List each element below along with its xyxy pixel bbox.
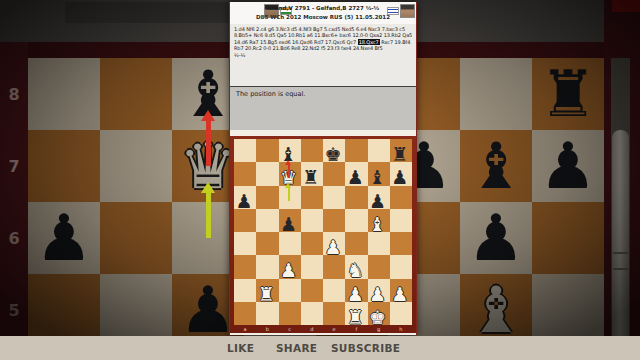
- white-pawn-h2[interactable]: ♟: [389, 283, 411, 306]
- file-label-h: h: [390, 325, 412, 333]
- rank-label-5: 5: [0, 301, 28, 320]
- black-pawn-a6: ♟: [28, 202, 100, 274]
- black-pawn-c5[interactable]: ♟: [278, 213, 300, 236]
- black-pawn-h7[interactable]: ♟: [389, 166, 411, 189]
- notation-post[interactable]: Rxc7 19.Bf4: [380, 39, 411, 45]
- diagram-square-c1[interactable]: [279, 302, 301, 325]
- evaluation-text: The position is equal.: [230, 86, 416, 130]
- diagram-square-b4[interactable]: [256, 232, 278, 255]
- arrow-c6-c7: [288, 187, 290, 201]
- notation-pre[interactable]: 14.d6 Ra7 15.Bg5 exd6 16.Qxd6 Rd7 17.Qxc…: [234, 39, 358, 45]
- diagram-square-d4[interactable]: [301, 232, 323, 255]
- diagram-square-d5[interactable]: [301, 209, 323, 232]
- arrow-c6-c7: [206, 192, 211, 238]
- arrow-head-c7: [285, 183, 291, 188]
- file-label-d: d: [301, 325, 323, 333]
- white-pawn-f2[interactable]: ♟: [344, 283, 366, 306]
- black-rook-h8: ♜: [532, 58, 604, 130]
- white-knight-f3[interactable]: ♞: [344, 259, 366, 282]
- diagram-square-f8[interactable]: [345, 139, 367, 162]
- diagram-square-e2[interactable]: [323, 279, 345, 302]
- arrow-head-c8: [201, 110, 215, 121]
- file-label-c: c: [279, 325, 301, 333]
- israel-flag-icon: [387, 7, 399, 15]
- diagram-square-d1[interactable]: [301, 302, 323, 325]
- file-label-e: e: [323, 325, 345, 333]
- background-square-b6: [100, 202, 172, 274]
- white-king-g1[interactable]: ♚: [367, 306, 389, 329]
- diagram-square-d3[interactable]: [301, 255, 323, 278]
- file-label-a: a: [234, 325, 256, 333]
- diagram-square-a7[interactable]: [234, 162, 256, 185]
- game-header: Anand,V 2791 - Gelfand,B 2727 ½-½ D85 WC…: [230, 2, 416, 24]
- black-bishop-g7: ♝: [460, 130, 532, 202]
- background-square-g8: [460, 58, 532, 130]
- gelfand-photo: [400, 4, 415, 18]
- diagram-square-g8[interactable]: [368, 139, 390, 162]
- diagram-square-b8[interactable]: [256, 139, 278, 162]
- diagram-square-d2[interactable]: [301, 279, 323, 302]
- background-square-b7: [100, 130, 172, 202]
- arrow-head-c7: [201, 182, 215, 193]
- diagram-square-f4[interactable]: [345, 232, 367, 255]
- highlighted-move[interactable]: 18.Qxc7: [358, 39, 380, 45]
- diagram-square-g3[interactable]: [368, 255, 390, 278]
- white-pawn-c3[interactable]: ♟: [278, 259, 300, 282]
- diagram-square-e5[interactable]: [323, 209, 345, 232]
- white-bishop-g5[interactable]: ♝: [367, 213, 389, 236]
- diagram-square-h4[interactable]: [390, 232, 412, 255]
- action-bar: LIKE SHARE SUBSCRIBE SUBSCRIBE: [0, 336, 640, 360]
- black-rook-d7[interactable]: ♜: [300, 166, 322, 189]
- share-label[interactable]: SHARE: [276, 342, 317, 354]
- white-pawn-g2[interactable]: ♟: [367, 283, 389, 306]
- background-square-a7: [28, 130, 100, 202]
- arrow-c7-c8: [206, 120, 211, 166]
- diagram-square-a8[interactable]: [234, 139, 256, 162]
- background-square-h6: [532, 202, 604, 274]
- diagram-square-f5[interactable]: [345, 209, 367, 232]
- background-ui-block: [65, 2, 230, 23]
- black-pawn-g6: ♟: [460, 202, 532, 274]
- game-result[interactable]: ½-½: [234, 52, 412, 58]
- video-frame: ♝♚♜♛♜♟♝♟♟♟♟♝ 8765 Anand,V 2791 - Gelfand…: [0, 0, 640, 360]
- diagram-square-b5[interactable]: [256, 209, 278, 232]
- diagram-square-a3[interactable]: [234, 255, 256, 278]
- rank-label-7: 7: [0, 157, 28, 176]
- diagram-square-e6[interactable]: [323, 186, 345, 209]
- diagram-square-b3[interactable]: [256, 255, 278, 278]
- scrollbar-thumb[interactable]: [612, 130, 629, 346]
- background-square-a8: [28, 58, 100, 130]
- background-square-b8: [100, 58, 172, 130]
- black-king-e8[interactable]: ♚: [322, 143, 344, 166]
- white-rook-f1[interactable]: ♜: [344, 306, 366, 329]
- black-pawn-a6[interactable]: ♟: [233, 190, 255, 213]
- black-pawn-g6[interactable]: ♟: [367, 190, 389, 213]
- scrollbar-mark: [613, 252, 628, 254]
- black-bishop-g7[interactable]: ♝: [367, 166, 389, 189]
- black-rook-h8[interactable]: ♜: [389, 143, 411, 166]
- diagram-square-h5[interactable]: [390, 209, 412, 232]
- black-pawn-f7[interactable]: ♟: [344, 166, 366, 189]
- file-label-b: b: [256, 325, 278, 333]
- diagram-square-e1[interactable]: [323, 302, 345, 325]
- background-red-corner: [612, 0, 640, 12]
- white-pawn-e4[interactable]: ♟: [322, 236, 344, 259]
- like-label[interactable]: LIKE: [227, 342, 254, 354]
- scrollbar-mark: [613, 268, 628, 270]
- arrow-c7-c8: [288, 164, 290, 178]
- diagram-square-b6[interactable]: [256, 186, 278, 209]
- notation-panel[interactable]: 1.d4 Nf6 2.c4 g6 3.Nc3 d5 4.Nf3 Bg7 5.cx…: [230, 24, 416, 86]
- diagram-square-b7[interactable]: [256, 162, 278, 185]
- arrow-head-c8: [285, 160, 291, 165]
- subscribe-label[interactable]: SUBSCRIBE: [331, 342, 400, 354]
- rank-label-6: 6: [0, 229, 28, 248]
- black-pawn-h7: ♟: [532, 130, 604, 202]
- diagram-square-d8[interactable]: [301, 139, 323, 162]
- diagram-square-h3[interactable]: [390, 255, 412, 278]
- diagram-square-a1[interactable]: [234, 302, 256, 325]
- diagram-square-a2[interactable]: [234, 279, 256, 302]
- rank-label-8: 8: [0, 85, 28, 104]
- diagram-square-a4[interactable]: [234, 232, 256, 255]
- white-rook-b2[interactable]: ♜: [255, 283, 277, 306]
